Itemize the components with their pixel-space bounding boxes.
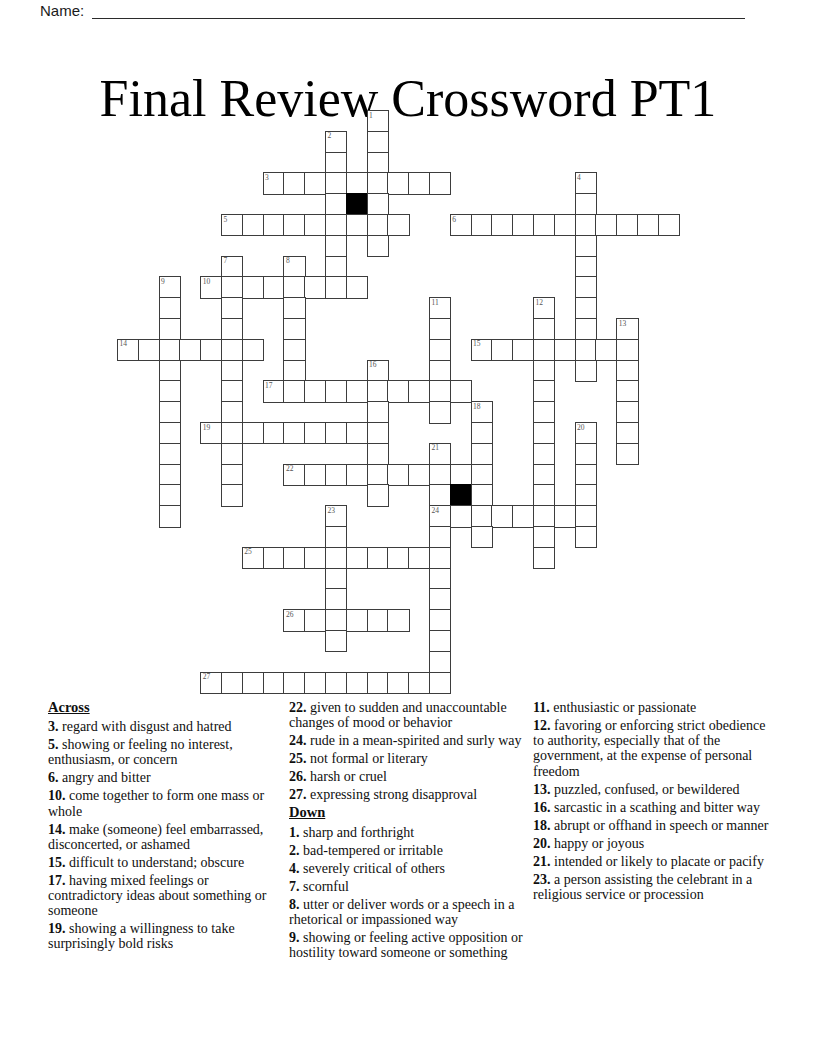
grid-cell[interactable]: 19 (200, 422, 222, 444)
grid-cell[interactable] (533, 422, 555, 444)
grid-cell[interactable]: 5 (221, 214, 243, 236)
grid-cell[interactable] (159, 339, 181, 361)
grid-cell[interactable] (346, 214, 368, 236)
clue-number: 10 (203, 277, 211, 286)
grid-cell[interactable] (304, 172, 326, 194)
grid-cell[interactable] (533, 505, 555, 527)
grid-cell[interactable] (346, 464, 368, 486)
grid-cell[interactable] (221, 422, 243, 444)
clue-num-label: 14. (48, 822, 66, 837)
grid-cell[interactable] (429, 339, 451, 361)
grid-cell[interactable] (429, 630, 451, 652)
clue-num-label: 12. (533, 718, 551, 733)
clue-down-23: 23. a person assisting the celebrant in … (533, 872, 778, 902)
clue-num-label: 16. (533, 800, 551, 815)
grid-cell[interactable] (159, 360, 181, 382)
grid-cell[interactable] (159, 318, 181, 340)
grid-cell[interactable] (533, 464, 555, 486)
clue-number: 19 (203, 423, 211, 432)
grid-cell[interactable] (387, 464, 409, 486)
grid-cell[interactable] (200, 339, 222, 361)
across-header: Across (48, 700, 285, 715)
clue-number: 24 (432, 506, 440, 515)
grid-cell[interactable] (325, 464, 347, 486)
clue-num-label: 18. (533, 818, 551, 833)
grid-cell[interactable] (367, 464, 389, 486)
clue-num-label: 13. (533, 782, 551, 797)
grid-cell[interactable] (304, 547, 326, 569)
clue-across-17: 17. having mixed feelings or contradicto… (48, 873, 285, 919)
grid-cell[interactable] (575, 235, 597, 257)
clue-num-label: 11. (533, 700, 550, 715)
grid-cell[interactable] (159, 401, 181, 423)
clue-number: 21 (432, 443, 440, 452)
grid-cell[interactable] (325, 672, 347, 694)
clue-number: 23 (328, 506, 336, 515)
grid-cell[interactable] (221, 276, 243, 298)
grid-cell[interactable] (221, 297, 243, 319)
grid-cell[interactable] (367, 609, 389, 631)
clue-num-label: 6. (48, 770, 59, 785)
grid-cell[interactable] (512, 339, 534, 361)
grid-cell[interactable] (595, 339, 617, 361)
clue-number: 20 (577, 423, 585, 432)
grid-cell[interactable] (575, 464, 597, 486)
grid-cell[interactable] (429, 464, 451, 486)
grid-cell[interactable] (658, 214, 680, 236)
grid-cell[interactable] (429, 547, 451, 569)
grid-cell[interactable] (575, 526, 597, 548)
grid-cell[interactable]: 18 (471, 401, 493, 423)
grid-cell[interactable] (304, 214, 326, 236)
grid-cell[interactable] (471, 214, 493, 236)
clue-num-label: 25. (289, 751, 307, 766)
clue-num-label: 3. (48, 719, 59, 734)
name-blank-line (92, 18, 745, 19)
grid-cell[interactable] (304, 464, 326, 486)
grid-cell[interactable] (283, 318, 305, 340)
grid-cell[interactable] (325, 152, 347, 174)
grid-cell[interactable] (471, 505, 493, 527)
grid-cell[interactable] (575, 193, 597, 215)
grid-cell[interactable] (575, 484, 597, 506)
clue-number: 12 (536, 298, 544, 307)
grid-cell[interactable] (159, 484, 181, 506)
grid-cell[interactable]: 1 (367, 110, 389, 132)
grid-cell[interactable] (221, 401, 243, 423)
clue-number: 1 (369, 111, 373, 120)
down-header: Down (289, 805, 532, 820)
grid-cell[interactable] (325, 547, 347, 569)
grid-cell[interactable] (325, 172, 347, 194)
grid-cell[interactable] (471, 422, 493, 444)
grid-cell[interactable] (221, 380, 243, 402)
grid-cell[interactable] (221, 360, 243, 382)
clue-down-13: 13. puzzled, confused, or bewildered (533, 782, 778, 797)
clue-number: 27 (203, 672, 211, 681)
clue-across-3: 3. regard with disgust and hatred (48, 719, 285, 734)
grid-cell[interactable] (408, 464, 430, 486)
grid-cell[interactable] (346, 609, 368, 631)
clue-number: 16 (369, 360, 377, 369)
grid-cell[interactable]: 23 (325, 505, 347, 527)
grid-cell[interactable]: 12 (533, 297, 555, 319)
clue-num-label: 7. (289, 879, 300, 894)
grid-cell[interactable] (159, 464, 181, 486)
grid-cell[interactable] (387, 172, 409, 194)
grid-cell[interactable]: 21 (429, 443, 451, 465)
grid-cell[interactable] (575, 276, 597, 298)
grid-cell[interactable] (367, 193, 389, 215)
grid-cell[interactable] (533, 214, 555, 236)
clue-down-4: 4. severely critical of others (289, 861, 532, 876)
grid-cell[interactable] (367, 547, 389, 569)
grid-cell[interactable] (429, 526, 451, 548)
grid-cell[interactable] (263, 214, 285, 236)
clue-number: 25 (244, 547, 252, 556)
grid-cell[interactable] (471, 464, 493, 486)
clue-down-12: 12. favoring or enforcing strict obedien… (533, 718, 778, 779)
grid-cell[interactable] (429, 318, 451, 340)
grid-cell[interactable]: 10 (200, 276, 222, 298)
grid-cell[interactable]: 15 (471, 339, 493, 361)
grid-cell[interactable] (325, 256, 347, 278)
clue-number: 8 (286, 256, 290, 265)
clue-number: 18 (473, 402, 481, 411)
grid-cell[interactable] (283, 380, 305, 402)
grid-cell[interactable] (325, 235, 347, 257)
clue-num-label: 17. (48, 873, 66, 888)
grid-cell[interactable] (387, 214, 409, 236)
worksheet-page: Name: Final Review Crossword PT1 1234567… (0, 0, 816, 1056)
grid-cell[interactable] (263, 422, 285, 444)
clue-num-label: 19. (48, 921, 66, 936)
clue-number: 15 (473, 339, 481, 348)
clues-column-1: Across3. regard with disgust and hatred5… (48, 700, 285, 954)
grid-cell[interactable] (221, 443, 243, 465)
grid-cell[interactable] (325, 526, 347, 548)
grid-cell[interactable] (408, 547, 430, 569)
grid-cell[interactable] (325, 630, 347, 652)
grid-cell[interactable] (575, 256, 597, 278)
grid-cell[interactable] (325, 422, 347, 444)
grid-cell[interactable] (283, 360, 305, 382)
grid-cell[interactable] (367, 484, 389, 506)
grid-cell[interactable] (304, 422, 326, 444)
clue-across-24: 24. rude in a mean-spirited and surly wa… (289, 733, 532, 748)
grid-cell[interactable] (346, 547, 368, 569)
clue-across-5: 5. showing or feeling no interest, enthu… (48, 737, 285, 767)
grid-cell[interactable] (263, 547, 285, 569)
clue-number: 22 (286, 464, 294, 473)
grid-cell[interactable] (429, 651, 451, 673)
clue-down-8: 8. utter or deliver words or a speech in… (289, 897, 532, 927)
grid-cell[interactable] (367, 214, 389, 236)
clue-num-label: 21. (533, 854, 551, 869)
grid-cell[interactable] (283, 339, 305, 361)
grid-cell[interactable] (408, 380, 430, 402)
grid-cell[interactable] (616, 380, 638, 402)
grid-cell[interactable] (533, 318, 555, 340)
grid-cell[interactable] (242, 339, 264, 361)
grid-cell[interactable] (367, 443, 389, 465)
grid-cell[interactable] (533, 547, 555, 569)
clue-across-25: 25. not formal or literary (289, 751, 532, 766)
grid-cell[interactable] (575, 339, 597, 361)
clue-num-label: 24. (289, 733, 307, 748)
grid-cell[interactable]: 3 (263, 172, 285, 194)
grid-cell[interactable] (346, 172, 368, 194)
grid-cell[interactable] (450, 505, 472, 527)
clue-num-label: 2. (289, 843, 300, 858)
grid-cell[interactable]: 4 (575, 172, 597, 194)
grid-cell[interactable]: 24 (429, 505, 451, 527)
grid-cell[interactable] (595, 214, 617, 236)
grid-cell[interactable] (242, 276, 264, 298)
clue-down-21: 21. intended or likely to placate or pac… (533, 854, 778, 869)
clues-column-3: 11. enthusiastic or passionate12. favori… (533, 700, 778, 905)
clue-num-label: 5. (48, 737, 59, 752)
grid-cell[interactable] (471, 443, 493, 465)
grid-cell[interactable] (159, 422, 181, 444)
clue-down-16: 16. sarcastic in a scathing and bitter w… (533, 800, 778, 815)
grid-cell[interactable] (283, 672, 305, 694)
clue-across-19: 19. showing a willingness to take surpri… (48, 921, 285, 951)
grid-cell[interactable] (242, 422, 264, 444)
clue-number: 13 (619, 319, 627, 328)
grid-cell[interactable] (616, 360, 638, 382)
grid-cell[interactable] (533, 484, 555, 506)
grid-cell[interactable] (242, 672, 264, 694)
grid-cell[interactable] (491, 339, 513, 361)
grid-cell[interactable]: 22 (283, 464, 305, 486)
grid-cell[interactable] (429, 360, 451, 382)
grid-cell[interactable] (533, 360, 555, 382)
grid-cell[interactable]: 25 (242, 547, 264, 569)
grid-cell[interactable] (346, 380, 368, 402)
grid-cell[interactable]: 13 (616, 318, 638, 340)
grid-cell[interactable] (367, 172, 389, 194)
clue-number: 7 (224, 256, 228, 265)
grid-cell[interactable] (491, 214, 513, 236)
grid-cell[interactable] (429, 172, 451, 194)
grid-cell[interactable] (138, 339, 160, 361)
grid-cell[interactable] (283, 547, 305, 569)
grid-cell[interactable] (367, 235, 389, 257)
grid-cell[interactable] (325, 609, 347, 631)
grid-cell[interactable] (159, 380, 181, 402)
clue-down-20: 20. happy or joyous (533, 836, 778, 851)
grid-cell[interactable] (616, 339, 638, 361)
grid-cell[interactable] (387, 672, 409, 694)
clue-number: 4 (577, 173, 581, 182)
grid-cell[interactable] (387, 609, 409, 631)
grid-cell[interactable] (325, 568, 347, 590)
grid-cell[interactable] (221, 484, 243, 506)
grid-cell[interactable] (283, 422, 305, 444)
grid-cell[interactable] (471, 484, 493, 506)
grid-cell[interactable] (512, 505, 534, 527)
clue-across-26: 26. harsh or cruel (289, 769, 532, 784)
black-cell (450, 484, 472, 506)
grid-cell[interactable]: 11 (429, 297, 451, 319)
grid-cell[interactable]: 27 (200, 672, 222, 694)
grid-cell[interactable] (575, 505, 597, 527)
grid-cell[interactable] (242, 214, 264, 236)
grid-cell[interactable] (408, 172, 430, 194)
clue-down-2: 2. bad-tempered or irritable (289, 843, 532, 858)
clue-number: 2 (328, 131, 332, 140)
grid-cell[interactable] (533, 339, 555, 361)
grid-cell[interactable] (304, 380, 326, 402)
grid-cell[interactable] (533, 380, 555, 402)
grid-cell[interactable]: 16 (367, 360, 389, 382)
grid-cell[interactable] (159, 443, 181, 465)
clue-across-14: 14. make (someone) feel embarrassed, dis… (48, 822, 285, 852)
clue-down-18: 18. abrupt or offhand in speech or manne… (533, 818, 778, 833)
clue-across-10: 10. come together to form one mass or wh… (48, 788, 285, 818)
crossword-grid: 1234567891011121314151617181920212223242… (117, 110, 680, 694)
name-label: Name: (40, 2, 84, 19)
grid-cell[interactable] (387, 380, 409, 402)
grid-cell[interactable] (616, 443, 638, 465)
grid-cell[interactable] (575, 443, 597, 465)
grid-cell[interactable] (304, 609, 326, 631)
grid-cell[interactable] (283, 172, 305, 194)
grid-cell[interactable] (304, 276, 326, 298)
grid-cell[interactable] (283, 214, 305, 236)
grid-cell[interactable] (346, 672, 368, 694)
clue-num-label: 4. (289, 861, 300, 876)
grid-cell[interactable] (159, 505, 181, 527)
grid-cell[interactable]: 8 (283, 256, 305, 278)
clue-num-label: 9. (289, 930, 300, 945)
grid-cell[interactable] (159, 297, 181, 319)
clue-num-label: 10. (48, 788, 66, 803)
grid-cell[interactable] (575, 297, 597, 319)
clue-num-label: 1. (289, 825, 300, 840)
clue-num-label: 23. (533, 872, 551, 887)
grid-cell[interactable] (575, 318, 597, 340)
grid-cell[interactable] (325, 214, 347, 236)
clue-across-15: 15. difficult to understand; obscure (48, 855, 285, 870)
grid-cell[interactable] (387, 547, 409, 569)
grid-cell[interactable] (533, 443, 555, 465)
grid-cell[interactable]: 9 (159, 276, 181, 298)
grid-cell[interactable] (263, 672, 285, 694)
clue-across-27: 27. expressing strong disapproval (289, 787, 532, 802)
grid-cell[interactable] (429, 401, 451, 423)
grid-cell[interactable] (367, 422, 389, 444)
grid-cell[interactable] (346, 276, 368, 298)
grid-cell[interactable] (575, 214, 597, 236)
grid-cell[interactable] (616, 214, 638, 236)
clue-num-label: 20. (533, 836, 551, 851)
grid-cell[interactable] (554, 339, 576, 361)
clue-down-1: 1. sharp and forthright (289, 825, 532, 840)
clue-number: 3 (265, 173, 269, 182)
grid-cell[interactable] (367, 380, 389, 402)
clue-number: 9 (161, 277, 165, 286)
grid-cell[interactable] (179, 339, 201, 361)
grid-cell[interactable] (533, 526, 555, 548)
grid-cell[interactable]: 2 (325, 131, 347, 153)
grid-cell[interactable] (221, 339, 243, 361)
grid-cell[interactable] (408, 672, 430, 694)
grid-cell[interactable] (304, 672, 326, 694)
clue-number: 11 (432, 298, 439, 307)
grid-cell[interactable]: 6 (450, 214, 472, 236)
grid-cell[interactable] (325, 588, 347, 610)
clue-down-9: 9. showing or feeling active opposition … (289, 930, 532, 960)
grid-cell[interactable] (367, 672, 389, 694)
clue-number: 6 (452, 215, 456, 224)
clue-number: 17 (265, 381, 273, 390)
grid-cell[interactable] (429, 588, 451, 610)
grid-cell[interactable] (554, 505, 576, 527)
clue-number: 5 (224, 215, 228, 224)
grid-cell[interactable] (616, 401, 638, 423)
grid-cell[interactable] (429, 609, 451, 631)
grid-cell[interactable] (554, 214, 576, 236)
grid-cell[interactable]: 20 (575, 422, 597, 444)
grid-cell[interactable]: 26 (283, 609, 305, 631)
grid-cell[interactable] (263, 276, 285, 298)
grid-cell[interactable] (429, 380, 451, 402)
clue-num-label: 8. (289, 897, 300, 912)
grid-cell[interactable] (429, 568, 451, 590)
grid-cell[interactable] (367, 401, 389, 423)
clue-num-label: 22. (289, 700, 307, 715)
grid-cell[interactable]: 14 (117, 339, 139, 361)
grid-cell[interactable] (221, 464, 243, 486)
clue-num-label: 15. (48, 855, 66, 870)
grid-cell[interactable] (325, 193, 347, 215)
black-cell (346, 193, 368, 215)
grid-cell[interactable]: 7 (221, 256, 243, 278)
grid-cell[interactable] (367, 152, 389, 174)
grid-cell[interactable] (283, 276, 305, 298)
grid-cell[interactable] (533, 401, 555, 423)
clue-down-7: 7. scornful (289, 879, 532, 894)
grid-cell[interactable]: 17 (263, 380, 285, 402)
clue-num-label: 26. (289, 769, 307, 784)
grid-cell[interactable] (325, 276, 347, 298)
grid-cell[interactable] (575, 360, 597, 382)
clue-number: 14 (120, 339, 128, 348)
grid-cell[interactable] (325, 380, 347, 402)
grid-cell[interactable] (471, 526, 493, 548)
grid-cell[interactable] (283, 297, 305, 319)
clue-across-6: 6. angry and bitter (48, 770, 285, 785)
grid-cell[interactable] (429, 672, 451, 694)
grid-cell[interactable] (491, 505, 513, 527)
clue-number: 26 (286, 610, 294, 619)
grid-cell[interactable] (346, 422, 368, 444)
clue-across-22: 22. given to sudden and unaccountable ch… (289, 700, 532, 730)
grid-cell[interactable] (221, 672, 243, 694)
grid-cell[interactable] (450, 380, 472, 402)
grid-cell[interactable] (637, 214, 659, 236)
grid-cell[interactable] (429, 484, 451, 506)
grid-cell[interactable] (367, 131, 389, 153)
clues-column-2: 22. given to sudden and unaccountable ch… (289, 700, 532, 963)
grid-cell[interactable] (221, 318, 243, 340)
grid-cell[interactable] (616, 422, 638, 444)
grid-cell[interactable] (450, 464, 472, 486)
grid-cell[interactable] (512, 214, 534, 236)
clue-num-label: 27. (289, 787, 307, 802)
